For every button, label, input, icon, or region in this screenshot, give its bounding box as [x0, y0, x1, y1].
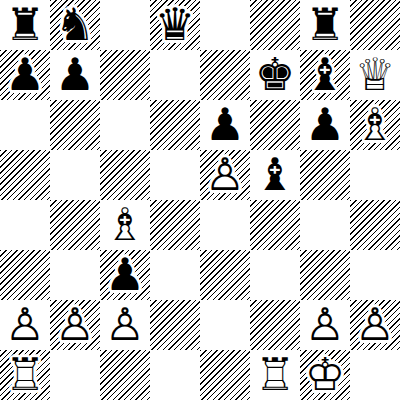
square-b5[interactable] [50, 150, 100, 200]
square-d4[interactable] [150, 200, 200, 250]
square-c6[interactable] [100, 100, 150, 150]
square-h2[interactable]: ♟♙ [350, 300, 400, 350]
square-g5[interactable] [300, 150, 350, 200]
square-a8[interactable]: ♜♜ [0, 0, 50, 50]
square-g6[interactable]: ♟♟ [300, 100, 350, 150]
square-b1[interactable] [50, 350, 100, 400]
square-d3[interactable] [150, 250, 200, 300]
piece-black-knight-halo: ♞ [50, 0, 100, 50]
square-a2[interactable]: ♟♙ [0, 300, 50, 350]
piece-white-pawn-halo: ♟ [300, 300, 350, 350]
square-h4[interactable] [350, 200, 400, 250]
square-b2[interactable]: ♟♙ [50, 300, 100, 350]
piece-black-rook-halo: ♜ [0, 0, 50, 50]
piece-black-rook-halo: ♜ [300, 0, 350, 50]
square-g8[interactable]: ♜♜ [300, 0, 350, 50]
piece-white-bishop: ♗ [100, 200, 150, 250]
piece-black-pawn: ♟ [50, 50, 100, 100]
piece-black-king-halo: ♚ [250, 50, 300, 100]
square-a6[interactable] [0, 100, 50, 150]
square-f8[interactable] [250, 0, 300, 50]
square-c8[interactable] [100, 0, 150, 50]
piece-white-bishop: ♗ [350, 100, 400, 150]
square-a4[interactable] [0, 200, 50, 250]
piece-white-pawn-halo: ♟ [0, 300, 50, 350]
square-g2[interactable]: ♟♙ [300, 300, 350, 350]
square-d7[interactable] [150, 50, 200, 100]
piece-white-pawn-halo: ♟ [50, 300, 100, 350]
square-c3[interactable]: ♟♟ [100, 250, 150, 300]
piece-black-pawn-halo: ♟ [0, 50, 50, 100]
square-b4[interactable] [50, 200, 100, 250]
square-d8[interactable]: ♛♛ [150, 0, 200, 50]
square-d6[interactable] [150, 100, 200, 150]
piece-white-pawn: ♙ [200, 150, 250, 200]
square-g1[interactable]: ♚♔ [300, 350, 350, 400]
piece-white-pawn: ♙ [350, 300, 400, 350]
square-f4[interactable] [250, 200, 300, 250]
piece-white-pawn: ♙ [300, 300, 350, 350]
square-e2[interactable] [200, 300, 250, 350]
square-d5[interactable] [150, 150, 200, 200]
piece-white-rook: ♖ [0, 350, 50, 400]
square-e4[interactable] [200, 200, 250, 250]
square-a1[interactable]: ♜♖ [0, 350, 50, 400]
square-f2[interactable] [250, 300, 300, 350]
square-c7[interactable] [100, 50, 150, 100]
square-b6[interactable] [50, 100, 100, 150]
piece-white-pawn-halo: ♟ [350, 300, 400, 350]
piece-white-pawn: ♙ [50, 300, 100, 350]
piece-black-rook: ♜ [0, 0, 50, 50]
square-f1[interactable]: ♜♖ [250, 350, 300, 400]
square-b3[interactable] [50, 250, 100, 300]
square-e7[interactable] [200, 50, 250, 100]
piece-black-pawn: ♟ [200, 100, 250, 150]
square-h7[interactable]: ♛♕ [350, 50, 400, 100]
square-c5[interactable] [100, 150, 150, 200]
square-e1[interactable] [200, 350, 250, 400]
square-a7[interactable]: ♟♟ [0, 50, 50, 100]
piece-black-pawn: ♟ [300, 100, 350, 150]
piece-white-rook: ♖ [250, 350, 300, 400]
piece-black-queen: ♛ [150, 0, 200, 50]
square-d2[interactable] [150, 300, 200, 350]
square-f3[interactable] [250, 250, 300, 300]
square-f5[interactable]: ♝♝ [250, 150, 300, 200]
piece-black-pawn-halo: ♟ [200, 100, 250, 150]
square-e6[interactable]: ♟♟ [200, 100, 250, 150]
piece-black-pawn: ♟ [100, 250, 150, 300]
piece-white-bishop-halo: ♝ [100, 200, 150, 250]
piece-white-bishop-halo: ♝ [350, 100, 400, 150]
piece-black-bishop: ♝ [300, 50, 350, 100]
piece-white-queen-halo: ♛ [350, 50, 400, 100]
piece-black-king: ♚ [250, 50, 300, 100]
square-a3[interactable] [0, 250, 50, 300]
piece-white-pawn: ♙ [0, 300, 50, 350]
square-a5[interactable] [0, 150, 50, 200]
piece-black-pawn-halo: ♟ [50, 50, 100, 100]
square-e5[interactable]: ♟♙ [200, 150, 250, 200]
square-f6[interactable] [250, 100, 300, 150]
square-e8[interactable] [200, 0, 250, 50]
square-b8[interactable]: ♞♞ [50, 0, 100, 50]
piece-black-bishop-halo: ♝ [300, 50, 350, 100]
piece-white-king: ♔ [300, 350, 350, 400]
square-c1[interactable] [100, 350, 150, 400]
chess-board: ♜♜♞♞♛♛♜♜♟♟♟♟♚♚♝♝♛♕♟♟♟♟♝♗♟♙♝♝♝♗♟♟♟♙♟♙♟♙♟♙… [0, 0, 400, 400]
square-g4[interactable] [300, 200, 350, 250]
square-b7[interactable]: ♟♟ [50, 50, 100, 100]
piece-black-pawn-halo: ♟ [300, 100, 350, 150]
piece-black-pawn: ♟ [0, 50, 50, 100]
square-g3[interactable] [300, 250, 350, 300]
square-h5[interactable] [350, 150, 400, 200]
square-h1[interactable] [350, 350, 400, 400]
piece-black-rook: ♜ [300, 0, 350, 50]
piece-white-queen: ♕ [350, 50, 400, 100]
piece-white-pawn-halo: ♟ [200, 150, 250, 200]
square-h3[interactable] [350, 250, 400, 300]
piece-black-queen-halo: ♛ [150, 0, 200, 50]
square-d1[interactable] [150, 350, 200, 400]
square-h6[interactable]: ♝♗ [350, 100, 400, 150]
square-e3[interactable] [200, 250, 250, 300]
square-c2[interactable]: ♟♙ [100, 300, 150, 350]
square-h8[interactable] [350, 0, 400, 50]
piece-white-pawn: ♙ [100, 300, 150, 350]
piece-white-pawn-halo: ♟ [100, 300, 150, 350]
piece-black-knight: ♞ [50, 0, 100, 50]
piece-black-bishop: ♝ [250, 150, 300, 200]
piece-white-king-halo: ♚ [300, 350, 350, 400]
piece-black-bishop-halo: ♝ [250, 150, 300, 200]
piece-white-rook-halo: ♜ [250, 350, 300, 400]
square-g7[interactable]: ♝♝ [300, 50, 350, 100]
square-c4[interactable]: ♝♗ [100, 200, 150, 250]
piece-white-rook-halo: ♜ [0, 350, 50, 400]
piece-black-pawn-halo: ♟ [100, 250, 150, 300]
square-f7[interactable]: ♚♚ [250, 50, 300, 100]
